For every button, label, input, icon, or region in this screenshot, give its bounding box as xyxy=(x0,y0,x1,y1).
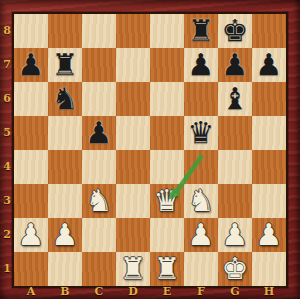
square-e7[interactable] xyxy=(150,48,184,82)
white-pawn[interactable]: ♟ xyxy=(48,218,82,252)
file-label-b: B xyxy=(48,285,82,299)
black-bishop[interactable]: ♝ xyxy=(218,82,252,116)
square-g4[interactable] xyxy=(218,150,252,184)
rank-label-7: 7 xyxy=(0,48,14,82)
rank-label-4: 4 xyxy=(0,150,14,184)
square-g6[interactable]: ♝ xyxy=(218,82,252,116)
square-g1[interactable]: ♚ xyxy=(218,252,252,286)
black-pawn[interactable]: ♟ xyxy=(14,48,48,82)
square-g7[interactable]: ♟ xyxy=(218,48,252,82)
rank-label-2: 2 xyxy=(0,218,14,252)
black-pawn[interactable]: ♟ xyxy=(184,48,218,82)
square-h2[interactable]: ♟ xyxy=(252,218,286,252)
white-pawn[interactable]: ♟ xyxy=(252,218,286,252)
square-d5[interactable] xyxy=(116,116,150,150)
square-f7[interactable]: ♟ xyxy=(184,48,218,82)
file-label-d: D xyxy=(116,285,150,299)
square-a6[interactable] xyxy=(14,82,48,116)
square-d3[interactable] xyxy=(116,184,150,218)
file-label-e: E xyxy=(150,285,184,299)
square-a2[interactable]: ♟ xyxy=(14,218,48,252)
square-d7[interactable] xyxy=(116,48,150,82)
black-queen[interactable]: ♛ xyxy=(184,116,218,150)
square-d8[interactable] xyxy=(116,14,150,48)
square-c5[interactable]: ♟ xyxy=(82,116,116,150)
square-e1[interactable]: ♜ xyxy=(150,252,184,286)
square-c4[interactable] xyxy=(82,150,116,184)
white-king[interactable]: ♚ xyxy=(218,252,252,286)
black-pawn[interactable]: ♟ xyxy=(82,116,116,150)
file-label-a: A xyxy=(14,285,48,299)
black-pawn[interactable]: ♟ xyxy=(218,48,252,82)
rank-label-6: 6 xyxy=(0,82,14,116)
file-label-c: C xyxy=(82,285,116,299)
square-c6[interactable] xyxy=(82,82,116,116)
black-king[interactable]: ♚ xyxy=(218,14,252,48)
white-pawn[interactable]: ♟ xyxy=(218,218,252,252)
square-f8[interactable]: ♜ xyxy=(184,14,218,48)
white-rook[interactable]: ♜ xyxy=(116,252,150,286)
square-a1[interactable] xyxy=(14,252,48,286)
square-h7[interactable]: ♟ xyxy=(252,48,286,82)
white-rook[interactable]: ♜ xyxy=(150,252,184,286)
square-h5[interactable] xyxy=(252,116,286,150)
chess-app-window: ♜♚♟♜♟♟♟♞♝♟♛♞♛♞♟♟♟♟♟♜♜♚ 87654321ABCDEFGH xyxy=(0,0,300,299)
square-f1[interactable] xyxy=(184,252,218,286)
square-c7[interactable] xyxy=(82,48,116,82)
white-queen[interactable]: ♛ xyxy=(150,184,184,218)
square-d6[interactable] xyxy=(116,82,150,116)
white-pawn[interactable]: ♟ xyxy=(184,218,218,252)
square-b3[interactable] xyxy=(48,184,82,218)
square-f4[interactable] xyxy=(184,150,218,184)
square-c2[interactable] xyxy=(82,218,116,252)
square-h6[interactable] xyxy=(252,82,286,116)
square-h1[interactable] xyxy=(252,252,286,286)
rank-label-3: 3 xyxy=(0,184,14,218)
black-knight[interactable]: ♞ xyxy=(48,82,82,116)
square-h4[interactable] xyxy=(252,150,286,184)
square-c1[interactable] xyxy=(82,252,116,286)
square-d1[interactable]: ♜ xyxy=(116,252,150,286)
square-e8[interactable] xyxy=(150,14,184,48)
square-g5[interactable] xyxy=(218,116,252,150)
square-g2[interactable]: ♟ xyxy=(218,218,252,252)
square-b6[interactable]: ♞ xyxy=(48,82,82,116)
chess-board[interactable]: ♜♚♟♜♟♟♟♞♝♟♛♞♛♞♟♟♟♟♟♜♜♚ xyxy=(14,14,286,286)
white-knight[interactable]: ♞ xyxy=(184,184,218,218)
square-a5[interactable] xyxy=(14,116,48,150)
square-a4[interactable] xyxy=(14,150,48,184)
square-e2[interactable] xyxy=(150,218,184,252)
file-label-f: F xyxy=(184,285,218,299)
square-b5[interactable] xyxy=(48,116,82,150)
square-a7[interactable]: ♟ xyxy=(14,48,48,82)
square-g3[interactable] xyxy=(218,184,252,218)
rank-label-5: 5 xyxy=(0,116,14,150)
square-b4[interactable] xyxy=(48,150,82,184)
square-h3[interactable] xyxy=(252,184,286,218)
square-e3[interactable]: ♛ xyxy=(150,184,184,218)
square-a3[interactable] xyxy=(14,184,48,218)
square-c3[interactable]: ♞ xyxy=(82,184,116,218)
white-knight[interactable]: ♞ xyxy=(82,184,116,218)
square-d4[interactable] xyxy=(116,150,150,184)
square-b1[interactable] xyxy=(48,252,82,286)
square-g8[interactable]: ♚ xyxy=(218,14,252,48)
square-e4[interactable] xyxy=(150,150,184,184)
black-pawn[interactable]: ♟ xyxy=(252,48,286,82)
square-b2[interactable]: ♟ xyxy=(48,218,82,252)
file-label-h: H xyxy=(252,285,286,299)
white-pawn[interactable]: ♟ xyxy=(14,218,48,252)
square-f6[interactable] xyxy=(184,82,218,116)
square-e6[interactable] xyxy=(150,82,184,116)
square-d2[interactable] xyxy=(116,218,150,252)
square-f2[interactable]: ♟ xyxy=(184,218,218,252)
rank-label-8: 8 xyxy=(0,14,14,48)
square-b8[interactable] xyxy=(48,14,82,48)
square-f5[interactable]: ♛ xyxy=(184,116,218,150)
file-label-g: G xyxy=(218,285,252,299)
black-rook[interactable]: ♜ xyxy=(48,48,82,82)
rank-label-1: 1 xyxy=(0,252,14,286)
black-rook[interactable]: ♜ xyxy=(184,14,218,48)
square-b7[interactable]: ♜ xyxy=(48,48,82,82)
square-e5[interactable] xyxy=(150,116,184,150)
square-c8[interactable] xyxy=(82,14,116,48)
square-a8[interactable] xyxy=(14,14,48,48)
square-h8[interactable] xyxy=(252,14,286,48)
square-f3[interactable]: ♞ xyxy=(184,184,218,218)
